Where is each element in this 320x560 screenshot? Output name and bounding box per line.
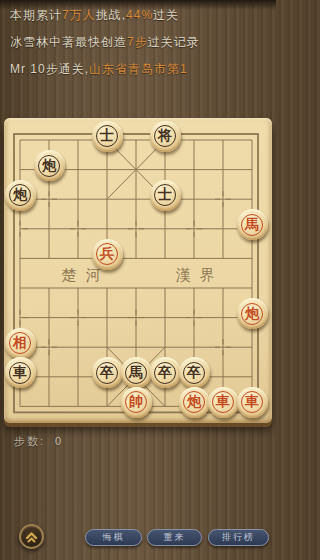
piece-士-black[interactable]: 士 <box>150 180 181 211</box>
piece-character: 炮 <box>183 391 205 413</box>
restart-button[interactable]: 重来 <box>147 529 202 546</box>
leaderboard-button[interactable]: 排行榜 <box>208 529 269 546</box>
piece-炮-red[interactable]: 炮 <box>179 387 210 418</box>
piece-兵-red[interactable]: 兵 <box>92 239 123 270</box>
piece-character: 卒 <box>183 362 205 384</box>
river-label-right: 漢界 <box>160 265 230 285</box>
piece-character: 車 <box>9 362 31 384</box>
piece-馬-red[interactable]: 馬 <box>237 209 268 240</box>
move-counter-value: 0 <box>55 435 63 447</box>
piece-炮-red[interactable]: 炮 <box>237 298 268 329</box>
piece-character: 馬 <box>125 362 147 384</box>
piece-炮-black[interactable]: 炮 <box>34 150 65 181</box>
piece-炮-black[interactable]: 炮 <box>5 180 36 211</box>
stats-line-1: 本期累计7万人挑战,44%过关 <box>10 2 272 29</box>
piece-帥-red[interactable]: 帥 <box>121 387 152 418</box>
piece-character: 炮 <box>38 155 60 177</box>
piece-士-black[interactable]: 士 <box>92 121 123 152</box>
piece-馬-black[interactable]: 馬 <box>121 357 152 388</box>
piece-character: 士 <box>154 184 176 206</box>
undo-button[interactable]: 悔棋 <box>85 529 142 546</box>
piece-将-black[interactable]: 将 <box>150 121 181 152</box>
piece-車-black[interactable]: 車 <box>5 357 36 388</box>
xiangqi-board[interactable]: 楚河 漢界 士将炮炮士馬兵炮相車卒馬卒卒帥炮車車 <box>4 118 272 423</box>
piece-卒-black[interactable]: 卒 <box>179 357 210 388</box>
piece-character: 将 <box>154 125 176 147</box>
stats-line-2: 冰雪林中著最快创造7步过关记录 <box>10 29 272 56</box>
piece-character: 卒 <box>154 362 176 384</box>
move-counter-label: 步数: <box>14 435 45 447</box>
piece-卒-black[interactable]: 卒 <box>92 357 123 388</box>
move-counter: 步数:0 <box>14 434 63 449</box>
challenge-stats: 本期累计7万人挑战,44%过关冰雪林中著最快创造7步过关记录Mr 10步通关,山… <box>10 2 272 83</box>
piece-車-red[interactable]: 車 <box>208 387 239 418</box>
piece-character: 馬 <box>241 214 263 236</box>
piece-character: 兵 <box>96 243 118 265</box>
piece-character: 士 <box>96 125 118 147</box>
piece-character: 帥 <box>125 391 147 413</box>
piece-character: 車 <box>212 391 234 413</box>
piece-相-red[interactable]: 相 <box>5 328 36 359</box>
piece-車-red[interactable]: 車 <box>237 387 268 418</box>
piece-character: 炮 <box>241 303 263 325</box>
chevron-up-icon <box>24 529 39 544</box>
piece-character: 卒 <box>96 362 118 384</box>
piece-character: 相 <box>9 332 31 354</box>
stats-line-3: Mr 10步通关,山东省青岛市第1 <box>10 56 272 83</box>
piece-卒-black[interactable]: 卒 <box>150 357 181 388</box>
expand-button[interactable] <box>19 524 44 549</box>
piece-character: 車 <box>241 391 263 413</box>
piece-character: 炮 <box>9 184 31 206</box>
